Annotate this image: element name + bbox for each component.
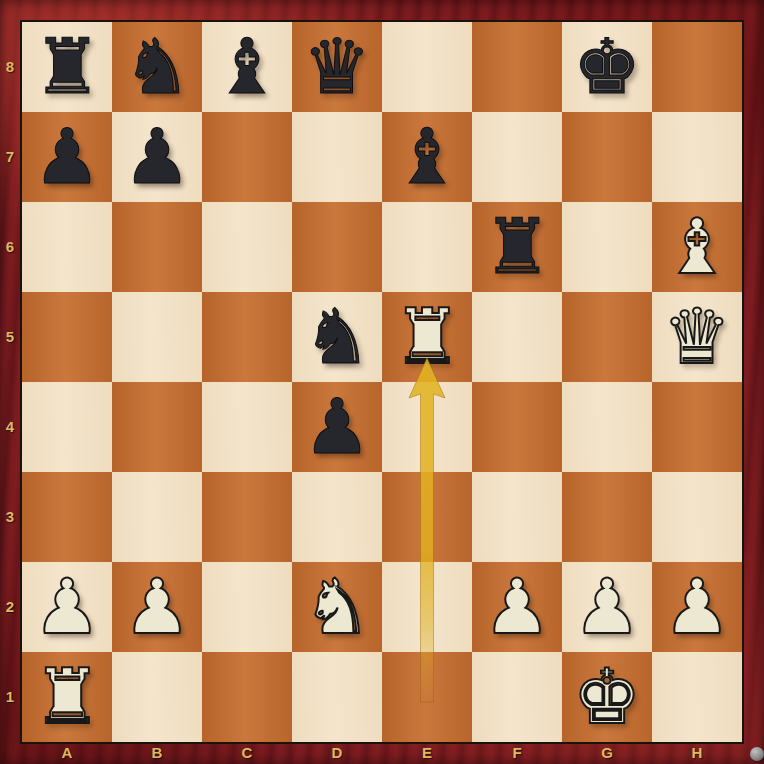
- square-a1[interactable]: ♜: [22, 652, 112, 742]
- file-label-d: D: [292, 742, 382, 764]
- square-h4[interactable]: [652, 382, 742, 472]
- piece-black-rook[interactable]: ♜: [483, 202, 551, 292]
- piece-white-pawn[interactable]: ♟: [663, 562, 731, 652]
- square-e7[interactable]: ♝: [382, 112, 472, 202]
- piece-black-knight[interactable]: ♞: [123, 22, 191, 112]
- square-e6[interactable]: [382, 202, 472, 292]
- piece-white-queen[interactable]: ♛: [663, 292, 731, 382]
- square-d7[interactable]: [292, 112, 382, 202]
- square-b4[interactable]: [112, 382, 202, 472]
- square-g5[interactable]: [562, 292, 652, 382]
- square-h3[interactable]: [652, 472, 742, 562]
- square-g2[interactable]: ♟: [562, 562, 652, 652]
- piece-white-king[interactable]: ♚: [573, 652, 641, 742]
- square-e5[interactable]: ♜: [382, 292, 472, 382]
- rank-label-3: 3: [0, 472, 20, 562]
- square-f5[interactable]: [472, 292, 562, 382]
- square-f2[interactable]: ♟: [472, 562, 562, 652]
- piece-black-king[interactable]: ♚: [573, 22, 641, 112]
- square-h8[interactable]: [652, 22, 742, 112]
- piece-white-rook[interactable]: ♜: [393, 292, 461, 382]
- square-d1[interactable]: [292, 652, 382, 742]
- square-h6[interactable]: ♝: [652, 202, 742, 292]
- square-f1[interactable]: [472, 652, 562, 742]
- piece-black-bishop[interactable]: ♝: [393, 112, 461, 202]
- file-label-g: G: [562, 742, 652, 764]
- square-h2[interactable]: ♟: [652, 562, 742, 652]
- piece-black-rook[interactable]: ♜: [33, 22, 101, 112]
- square-g1[interactable]: ♚: [562, 652, 652, 742]
- square-e1[interactable]: [382, 652, 472, 742]
- square-f7[interactable]: [472, 112, 562, 202]
- square-e4[interactable]: [382, 382, 472, 472]
- square-g6[interactable]: [562, 202, 652, 292]
- square-a8[interactable]: ♜: [22, 22, 112, 112]
- piece-black-knight[interactable]: ♞: [303, 292, 371, 382]
- square-b8[interactable]: ♞: [112, 22, 202, 112]
- piece-white-pawn[interactable]: ♟: [123, 562, 191, 652]
- square-f4[interactable]: [472, 382, 562, 472]
- sphere-marker-icon: [750, 747, 764, 761]
- square-a7[interactable]: ♟: [22, 112, 112, 202]
- piece-white-pawn[interactable]: ♟: [483, 562, 551, 652]
- square-h5[interactable]: ♛: [652, 292, 742, 382]
- piece-white-bishop[interactable]: ♝: [663, 202, 731, 292]
- square-g8[interactable]: ♚: [562, 22, 652, 112]
- file-label-c: C: [202, 742, 292, 764]
- file-label-a: A: [22, 742, 112, 764]
- file-label-b: B: [112, 742, 202, 764]
- square-d6[interactable]: [292, 202, 382, 292]
- piece-black-queen[interactable]: ♛: [303, 22, 371, 112]
- square-d4[interactable]: ♟: [292, 382, 382, 472]
- piece-black-pawn[interactable]: ♟: [123, 112, 191, 202]
- square-b2[interactable]: ♟: [112, 562, 202, 652]
- square-b7[interactable]: ♟: [112, 112, 202, 202]
- square-c2[interactable]: [202, 562, 292, 652]
- square-d3[interactable]: [292, 472, 382, 562]
- chess-board-frame: ♜♞♝♛♚♟♟♝♜♝♞♜♛♟♟♟♞♟♟♟♜♚ 87654321 ABCDEFGH: [0, 0, 764, 764]
- piece-white-knight[interactable]: ♞: [303, 562, 371, 652]
- rank-label-1: 1: [0, 652, 20, 742]
- square-g7[interactable]: [562, 112, 652, 202]
- square-e2[interactable]: [382, 562, 472, 652]
- square-b1[interactable]: [112, 652, 202, 742]
- square-d5[interactable]: ♞: [292, 292, 382, 382]
- piece-white-pawn[interactable]: ♟: [573, 562, 641, 652]
- square-a3[interactable]: [22, 472, 112, 562]
- piece-black-pawn[interactable]: ♟: [303, 382, 371, 472]
- square-h1[interactable]: [652, 652, 742, 742]
- square-f8[interactable]: [472, 22, 562, 112]
- square-c3[interactable]: [202, 472, 292, 562]
- square-d2[interactable]: ♞: [292, 562, 382, 652]
- rank-label-7: 7: [0, 112, 20, 202]
- piece-white-rook[interactable]: ♜: [33, 652, 101, 742]
- piece-black-bishop[interactable]: ♝: [213, 22, 281, 112]
- square-c1[interactable]: [202, 652, 292, 742]
- square-c6[interactable]: [202, 202, 292, 292]
- file-label-e: E: [382, 742, 472, 764]
- rank-label-4: 4: [0, 382, 20, 472]
- chess-board: ♜♞♝♛♚♟♟♝♜♝♞♜♛♟♟♟♞♟♟♟♜♚: [20, 20, 744, 744]
- square-g3[interactable]: [562, 472, 652, 562]
- square-a4[interactable]: [22, 382, 112, 472]
- rank-label-2: 2: [0, 562, 20, 652]
- square-c4[interactable]: [202, 382, 292, 472]
- square-a6[interactable]: [22, 202, 112, 292]
- square-g4[interactable]: [562, 382, 652, 472]
- piece-black-pawn[interactable]: ♟: [33, 112, 101, 202]
- rank-label-8: 8: [0, 22, 20, 112]
- square-d8[interactable]: ♛: [292, 22, 382, 112]
- square-e3[interactable]: [382, 472, 472, 562]
- square-f3[interactable]: [472, 472, 562, 562]
- rank-label-5: 5: [0, 292, 20, 382]
- square-b6[interactable]: [112, 202, 202, 292]
- square-h7[interactable]: [652, 112, 742, 202]
- square-c5[interactable]: [202, 292, 292, 382]
- file-label-f: F: [472, 742, 562, 764]
- rank-label-6: 6: [0, 202, 20, 292]
- square-a5[interactable]: [22, 292, 112, 382]
- square-b3[interactable]: [112, 472, 202, 562]
- piece-white-pawn[interactable]: ♟: [33, 562, 101, 652]
- square-a2[interactable]: ♟: [22, 562, 112, 652]
- square-f6[interactable]: ♜: [472, 202, 562, 292]
- square-c8[interactable]: ♝: [202, 22, 292, 112]
- square-b5[interactable]: [112, 292, 202, 382]
- square-c7[interactable]: [202, 112, 292, 202]
- square-e8[interactable]: [382, 22, 472, 112]
- file-label-h: H: [652, 742, 742, 764]
